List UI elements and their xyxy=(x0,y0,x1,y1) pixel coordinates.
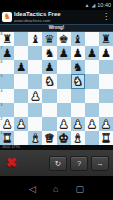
square-d2[interactable] xyxy=(42,117,56,131)
square-f7[interactable]: ♟ xyxy=(71,46,85,60)
recents-icon[interactable]: ▢ xyxy=(75,176,84,200)
square-b6[interactable]: ♟ xyxy=(14,60,28,74)
android-nav-bar: ◁ ⌂ ▢ xyxy=(0,176,113,200)
piece-black-pawn[interactable]: ♟ xyxy=(44,60,54,74)
piece-black-bishop[interactable]: ♝ xyxy=(30,32,40,46)
rank-label: 3 xyxy=(1,103,3,107)
square-h6[interactable] xyxy=(99,60,113,74)
square-f4[interactable] xyxy=(71,89,85,103)
square-g4[interactable] xyxy=(85,89,99,103)
piece-white-pawn[interactable]: ♟ xyxy=(58,117,68,131)
next-button[interactable]: → xyxy=(91,156,109,171)
piece-white-rook[interactable]: ♜ xyxy=(101,131,111,145)
piece-white-knight[interactable]: ♞ xyxy=(73,74,83,88)
next-arrow-icon: → xyxy=(96,157,104,170)
square-b3[interactable] xyxy=(14,103,28,117)
square-g5[interactable] xyxy=(85,74,99,88)
home-icon[interactable]: ⌂ xyxy=(53,176,58,200)
square-h4[interactable] xyxy=(99,89,113,103)
hint-icon: ? xyxy=(77,157,81,170)
square-a6[interactable]: 6 xyxy=(0,60,14,74)
square-d5[interactable]: ♞ xyxy=(42,74,56,88)
app-titles: IdeaTactics Free www.ideachess.com xyxy=(14,11,99,23)
retry-button[interactable]: ↻ xyxy=(49,156,67,171)
square-a5[interactable]: 5 xyxy=(0,74,14,88)
feedback-text: Wrong! xyxy=(49,25,65,31)
rank-label: 8 xyxy=(1,32,3,36)
rank-label: 1 xyxy=(1,131,3,135)
square-e4[interactable] xyxy=(57,89,71,103)
square-g7[interactable]: ♟ xyxy=(85,46,99,60)
rank-label: 5 xyxy=(1,74,3,78)
piece-black-rook[interactable]: ♜ xyxy=(101,32,111,46)
app-logo: ♞ xyxy=(2,12,12,22)
square-d4[interactable] xyxy=(42,89,56,103)
piece-black-knight[interactable]: ♞ xyxy=(73,60,83,74)
square-a4[interactable]: 4 xyxy=(0,89,14,103)
square-d8[interactable]: ♛ xyxy=(42,32,56,46)
square-e1[interactable]: ♚ xyxy=(57,131,71,145)
piece-black-pawn[interactable]: ♟ xyxy=(58,46,68,60)
piece-black-pawn[interactable]: ♟ xyxy=(101,46,111,60)
app-subtitle: www.ideachess.com xyxy=(14,18,99,23)
square-h5[interactable] xyxy=(99,74,113,88)
wifi-icon: ▲ xyxy=(84,0,89,10)
square-b1[interactable] xyxy=(14,131,28,145)
square-f1[interactable]: ♝ xyxy=(71,131,85,145)
square-e5[interactable] xyxy=(57,74,71,88)
square-c2[interactable] xyxy=(28,117,42,131)
square-e2[interactable]: ♟ xyxy=(57,117,71,131)
rank-label: 6 xyxy=(1,60,3,64)
retry-icon: ↻ xyxy=(55,157,61,170)
square-c7[interactable] xyxy=(28,46,42,60)
piece-black-pawn[interactable]: ♟ xyxy=(73,46,83,60)
piece-white-king[interactable]: ♚ xyxy=(58,131,68,145)
square-c4[interactable]: ♟ xyxy=(28,89,42,103)
square-g1[interactable] xyxy=(85,131,99,145)
piece-white-pawn[interactable]: ♟ xyxy=(73,117,83,131)
piece-black-pawn[interactable]: ♟ xyxy=(2,46,12,60)
square-b4[interactable] xyxy=(14,89,28,103)
overflow-menu-icon[interactable]: ⋮ xyxy=(101,10,111,24)
square-d1[interactable]: ♛ xyxy=(42,131,56,145)
chess-board[interactable]: 8♜♝♛♚♝♜7♟♞♟♟♟♟6♟♟♞5♞♞4♟32♟♟♟♟♟♟1♜♝♛♚♝♜ xyxy=(0,32,113,145)
square-e6[interactable] xyxy=(57,60,71,74)
feedback-bar: Wrong! xyxy=(0,24,113,32)
knight-logo-icon: ♞ xyxy=(3,12,10,22)
square-h3[interactable] xyxy=(99,103,113,117)
piece-white-bishop[interactable]: ♝ xyxy=(30,131,40,145)
square-h2[interactable]: ♟ xyxy=(99,117,113,131)
square-d7[interactable]: ♞ xyxy=(42,46,56,60)
app-bar: ♞ IdeaTactics Free www.ideachess.com ⋮ xyxy=(0,10,113,24)
piece-white-pawn[interactable]: ♟ xyxy=(2,117,12,131)
piece-white-rook[interactable]: ♜ xyxy=(2,131,12,145)
piece-black-rook[interactable]: ♜ xyxy=(2,32,12,46)
square-g2[interactable]: ♟ xyxy=(85,117,99,131)
square-b5[interactable] xyxy=(14,74,28,88)
square-e7[interactable]: ♟ xyxy=(57,46,71,60)
square-b8[interactable] xyxy=(14,32,28,46)
square-c1[interactable]: ♝ xyxy=(28,131,42,145)
piece-black-queen[interactable]: ♛ xyxy=(44,32,54,46)
square-f5[interactable]: ♞ xyxy=(71,74,85,88)
hint-button[interactable]: ? xyxy=(70,156,88,171)
square-f2[interactable]: ♟ xyxy=(71,117,85,131)
piece-white-pawn[interactable]: ♟ xyxy=(30,89,40,103)
square-c3[interactable] xyxy=(28,103,42,117)
square-a8[interactable]: 8♜ xyxy=(0,32,14,46)
app-title: IdeaTactics Free xyxy=(14,11,99,18)
square-h1[interactable]: ♜ xyxy=(99,131,113,145)
square-d3[interactable] xyxy=(42,103,56,117)
square-e3[interactable] xyxy=(57,103,71,117)
square-e8[interactable]: ♚ xyxy=(57,32,71,46)
square-g8[interactable] xyxy=(85,32,99,46)
square-h7[interactable]: ♟ xyxy=(99,46,113,60)
square-a2[interactable]: 2♟ xyxy=(0,117,14,131)
square-a1[interactable]: 1♜ xyxy=(0,131,14,145)
toolbar: ✖ ↻ ? → xyxy=(0,150,113,176)
square-f8[interactable]: ♝ xyxy=(71,32,85,46)
square-f6[interactable]: ♞ xyxy=(71,60,85,74)
rank-label: 2 xyxy=(1,117,3,121)
phone-screen: ▲ ◢ 10:40 ♞ IdeaTactics Free www.ideache… xyxy=(0,0,113,200)
square-h8[interactable]: ♜ xyxy=(99,32,113,46)
piece-white-pawn[interactable]: ♟ xyxy=(87,117,97,131)
signal-icon: ◢ xyxy=(91,0,95,10)
piece-black-king[interactable]: ♚ xyxy=(58,32,68,46)
clock-text: 10:40 xyxy=(97,0,111,10)
square-f3[interactable] xyxy=(71,103,85,117)
piece-black-knight[interactable]: ♞ xyxy=(44,46,54,60)
square-c6[interactable] xyxy=(28,60,42,74)
square-c5[interactable] xyxy=(28,74,42,88)
piece-white-pawn[interactable]: ♟ xyxy=(101,117,111,131)
square-g6[interactable] xyxy=(85,60,99,74)
square-b7[interactable] xyxy=(14,46,28,60)
square-b2[interactable]: ♟ xyxy=(14,117,28,131)
piece-black-pawn[interactable]: ♟ xyxy=(87,46,97,60)
toolbar-buttons: ↻ ? → xyxy=(49,156,109,171)
piece-white-queen[interactable]: ♛ xyxy=(44,131,54,145)
square-g3[interactable] xyxy=(85,103,99,117)
rank-label: 7 xyxy=(1,46,3,50)
rank-label: 4 xyxy=(1,89,3,93)
square-a7[interactable]: 7♟ xyxy=(0,46,14,60)
status-bar: ▲ ◢ 10:40 xyxy=(0,0,113,10)
square-c8[interactable]: ♝ xyxy=(28,32,42,46)
piece-black-pawn[interactable]: ♟ xyxy=(16,60,26,74)
wrong-x-icon: ✖ xyxy=(6,150,17,176)
square-d6[interactable]: ♟ xyxy=(42,60,56,74)
piece-white-bishop[interactable]: ♝ xyxy=(73,131,83,145)
back-icon[interactable]: ◁ xyxy=(29,176,36,200)
piece-black-bishop[interactable]: ♝ xyxy=(73,32,83,46)
square-a3[interactable]: 3 xyxy=(0,103,14,117)
piece-white-knight[interactable]: ♞ xyxy=(44,74,54,88)
piece-white-pawn[interactable]: ♟ xyxy=(16,117,26,131)
